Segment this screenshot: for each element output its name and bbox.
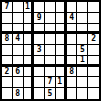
cell-r5c1-empty[interactable] <box>2 45 13 56</box>
cell-r5c9-empty[interactable] <box>88 45 99 56</box>
cell-r8c6-given: 1 <box>56 77 67 88</box>
cell-r5c5-empty[interactable] <box>45 45 56 56</box>
cell-r8c7-empty[interactable] <box>67 77 78 88</box>
cell-r8c9-empty[interactable] <box>88 77 99 88</box>
cell-r2c9-empty[interactable] <box>88 13 99 24</box>
cell-r4c6-empty[interactable] <box>56 34 67 45</box>
cell-r4c1-given: 8 <box>2 34 13 45</box>
cell-r4c9-given: 2 <box>88 34 99 45</box>
cell-r9c2-given: 8 <box>13 88 24 99</box>
cell-r1c6-empty[interactable] <box>56 2 67 13</box>
cell-r7c7-given: 8 <box>67 67 78 78</box>
cell-r9c7-empty[interactable] <box>67 88 78 99</box>
cell-r4c5-empty[interactable] <box>45 34 56 45</box>
cell-r8c5-given: 7 <box>45 77 56 88</box>
cell-r8c4-empty[interactable] <box>34 77 45 88</box>
cell-r3c2-empty[interactable] <box>13 24 24 35</box>
cell-r4c2-given: 4 <box>13 34 24 45</box>
cell-r1c5-empty[interactable] <box>45 2 56 13</box>
cell-r7c1-given: 2 <box>2 67 13 78</box>
cell-r7c5-empty[interactable] <box>45 67 56 78</box>
cell-r8c1-empty[interactable] <box>2 77 13 88</box>
cell-r3c1-empty[interactable] <box>2 24 13 35</box>
cell-r7c9-empty[interactable] <box>88 67 99 78</box>
cell-r9c5-given: 5 <box>45 88 56 99</box>
cell-r6c1-empty[interactable] <box>2 56 13 67</box>
cell-r1c4-empty[interactable] <box>34 2 45 13</box>
cell-r6c6-empty[interactable] <box>56 56 67 67</box>
cell-r3c9-empty[interactable] <box>88 24 99 35</box>
cell-r3c3-empty[interactable] <box>24 24 35 35</box>
cell-r1c8-empty[interactable] <box>77 2 88 13</box>
cell-r1c7-empty[interactable] <box>67 2 78 13</box>
cell-r3c5-empty[interactable] <box>45 24 56 35</box>
cell-r8c8-empty[interactable] <box>77 77 88 88</box>
cell-r2c6-empty[interactable] <box>56 13 67 24</box>
cell-r2c5-empty[interactable] <box>45 13 56 24</box>
cell-r5c8-given: 5 <box>77 45 88 56</box>
cell-r6c7-empty[interactable] <box>67 56 78 67</box>
cell-r6c3-empty[interactable] <box>24 56 35 67</box>
cell-r6c4-empty[interactable] <box>34 56 45 67</box>
cell-r9c4-empty[interactable] <box>34 88 45 99</box>
cell-r6c9-empty[interactable] <box>88 56 99 67</box>
cell-r9c9-empty[interactable] <box>88 88 99 99</box>
cell-r3c8-empty[interactable] <box>77 24 88 35</box>
cell-r3c6-empty[interactable] <box>56 24 67 35</box>
cell-r5c2-empty[interactable] <box>13 45 24 56</box>
cell-r6c8-given: 1 <box>77 56 88 67</box>
cell-r4c3-empty[interactable] <box>24 34 35 45</box>
cell-r5c4-given: 3 <box>34 45 45 56</box>
cell-r7c8-empty[interactable] <box>77 67 88 78</box>
cell-r5c7-empty[interactable] <box>67 45 78 56</box>
cell-r1c2-empty[interactable] <box>13 2 24 13</box>
sudoku-board: 71948423512687185 <box>0 0 101 101</box>
cell-r7c3-empty[interactable] <box>24 67 35 78</box>
cell-r6c5-empty[interactable] <box>45 56 56 67</box>
cell-r5c6-empty[interactable] <box>56 45 67 56</box>
cell-r7c4-empty[interactable] <box>34 67 45 78</box>
cell-r3c7-empty[interactable] <box>67 24 78 35</box>
cell-r2c7-given: 4 <box>67 13 78 24</box>
cell-r2c3-empty[interactable] <box>24 13 35 24</box>
cell-r2c8-empty[interactable] <box>77 13 88 24</box>
cell-r1c1-given: 7 <box>2 2 13 13</box>
cell-r8c3-empty[interactable] <box>24 77 35 88</box>
cell-r8c2-empty[interactable] <box>13 77 24 88</box>
cell-r2c1-empty[interactable] <box>2 13 13 24</box>
cell-r1c9-empty[interactable] <box>88 2 99 13</box>
cell-r9c1-empty[interactable] <box>2 88 13 99</box>
cell-r9c6-empty[interactable] <box>56 88 67 99</box>
cell-r6c2-empty[interactable] <box>13 56 24 67</box>
cell-r9c3-empty[interactable] <box>24 88 35 99</box>
cell-r4c4-empty[interactable] <box>34 34 45 45</box>
cell-r4c8-empty[interactable] <box>77 34 88 45</box>
cell-r7c2-given: 6 <box>13 67 24 78</box>
cell-r1c3-given: 1 <box>24 2 35 13</box>
cell-r2c2-empty[interactable] <box>13 13 24 24</box>
cell-r5c3-empty[interactable] <box>24 45 35 56</box>
cell-r3c4-empty[interactable] <box>34 24 45 35</box>
cell-r7c6-empty[interactable] <box>56 67 67 78</box>
cell-r9c8-empty[interactable] <box>77 88 88 99</box>
cell-r2c4-given: 9 <box>34 13 45 24</box>
cell-r4c7-empty[interactable] <box>67 34 78 45</box>
